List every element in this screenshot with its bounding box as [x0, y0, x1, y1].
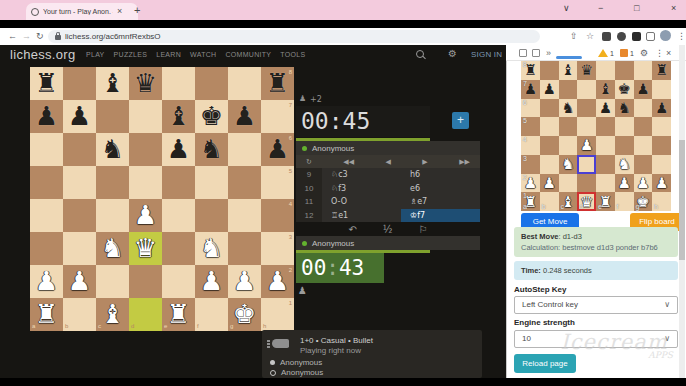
- player-bottom-row: Anonymous: [296, 236, 480, 250]
- black-rook[interactable]: ♜: [266, 67, 289, 100]
- add-time-button[interactable]: +: [452, 112, 469, 129]
- square-f1[interactable]: f: [615, 192, 634, 211]
- nav-item-watch[interactable]: WATCH: [190, 51, 216, 58]
- white-knight[interactable]: ♞: [618, 155, 631, 173]
- square-g6[interactable]: [228, 133, 261, 166]
- square-h5[interactable]: [652, 117, 671, 136]
- square-h4[interactable]: [652, 136, 671, 155]
- extension-icon-1[interactable]: [602, 32, 611, 41]
- back-icon[interactable]: ←: [8, 31, 17, 41]
- square-d2[interactable]: [577, 174, 596, 193]
- chevron-down-icon: ∨: [664, 297, 670, 313]
- coord-rank-8: 8: [523, 62, 527, 68]
- black-bishop[interactable]: ♝: [561, 61, 574, 79]
- browser-menu-icon[interactable]: ⋮: [677, 31, 686, 41]
- white-pawn[interactable]: ♟: [580, 136, 593, 154]
- square-a3[interactable]: 3: [521, 155, 540, 174]
- white-pawn[interactable]: ♟: [543, 174, 556, 192]
- white-dot-icon: [270, 360, 275, 365]
- square-d4[interactable]: ♟: [577, 136, 596, 155]
- url-field[interactable]: lichess.org/ac6mnfRexbsO: [48, 30, 540, 43]
- square-e5[interactable]: [596, 117, 615, 136]
- nav-item-community[interactable]: COMMUNITY: [225, 51, 271, 58]
- popup-menu-icon[interactable]: ⋮: [655, 48, 664, 58]
- square-a1[interactable]: ♜a: [30, 298, 63, 331]
- square-f5[interactable]: [615, 117, 634, 136]
- black-knight[interactable]: ♞: [618, 99, 631, 117]
- square-d6[interactable]: [129, 133, 162, 166]
- square-e3[interactable]: [596, 155, 615, 174]
- main-nav: PLAYPUZZLESLEARNWATCHCOMMUNITYTOOLS: [86, 51, 305, 58]
- lock-icon: [55, 35, 61, 40]
- move-row: 12♖e1♔f7: [296, 209, 480, 223]
- move-white[interactable]: ♘f3: [322, 182, 401, 196]
- square-b4[interactable]: [540, 136, 559, 155]
- white-queen[interactable]: ♛: [134, 232, 157, 265]
- square-a1[interactable]: ♜a1: [521, 192, 540, 211]
- square-h1[interactable]: h: [652, 192, 671, 211]
- square-b1[interactable]: b: [63, 298, 96, 331]
- square-e1[interactable]: ♜e: [162, 298, 195, 331]
- move-black[interactable]: h6: [401, 168, 480, 182]
- last-move-icon[interactable]: ▶▶: [459, 158, 470, 166]
- online-dot-icon: [302, 146, 307, 151]
- gear-icon[interactable]: ⚙: [448, 48, 457, 59]
- square-c5[interactable]: [559, 117, 578, 136]
- black-rook[interactable]: ♜: [35, 67, 58, 100]
- square-b6[interactable]: [63, 133, 96, 166]
- draw-offer-icon[interactable]: ½: [383, 224, 393, 235]
- coord-rank-4: 4: [523, 137, 527, 143]
- square-f3[interactable]: ♞: [615, 155, 634, 174]
- coord-file-b: b: [542, 204, 546, 210]
- game-player-black: Anonymous: [270, 368, 323, 377]
- square-f4[interactable]: [195, 199, 228, 232]
- coord-file-d: d: [131, 323, 134, 329]
- white-pawn[interactable]: ♟: [266, 265, 289, 298]
- square-d7[interactable]: [577, 80, 596, 99]
- takeback-icon[interactable]: ↶: [348, 224, 356, 235]
- square-d5[interactable]: [577, 117, 596, 136]
- square-h2[interactable]: ♟2: [261, 265, 294, 298]
- browser-tab[interactable]: Your turn - Play Anon. - lich ×: [26, 3, 138, 20]
- popup-box-icon-1[interactable]: [519, 49, 527, 57]
- coord-rank-7: 7: [289, 102, 292, 108]
- square-g7[interactable]: ♟: [228, 100, 261, 133]
- move-list: ↻◀◀◀▶▶▶ 9♘c3h610♘f3e611O-O♗e712♖e1♔f7: [296, 155, 480, 222]
- time-control-text: 1+0 • Casual • Bullet: [300, 336, 373, 345]
- window-maximize-icon[interactable]: □: [634, 3, 639, 13]
- square-f7[interactable]: ♚: [615, 80, 634, 99]
- first-move-icon[interactable]: ◀◀: [343, 158, 354, 166]
- move-black[interactable]: e6: [401, 182, 480, 196]
- best-move-label: Best Move: [521, 232, 559, 241]
- player-top-name: Anonymous: [312, 144, 354, 153]
- black-pawn[interactable]: ♟: [35, 100, 58, 133]
- white-pawn[interactable]: ♟: [35, 265, 58, 298]
- url-text: lichess.org/ac6mnfRexbsO: [65, 32, 161, 41]
- square-e2[interactable]: [596, 174, 615, 193]
- square-f7[interactable]: ♚: [195, 100, 228, 133]
- forward-icon[interactable]: →: [22, 31, 31, 41]
- material-count-top: +2: [310, 95, 322, 104]
- tab-title: Your turn - Play Anon. - lich: [43, 8, 113, 15]
- letterbox-bottom: [0, 378, 686, 386]
- square-b5[interactable]: [540, 117, 559, 136]
- white-pawn[interactable]: ♟: [134, 199, 157, 232]
- square-d1[interactable]: ♛d: [577, 192, 596, 211]
- black-bishop[interactable]: ♝: [599, 80, 612, 98]
- white-rook[interactable]: ♜: [35, 298, 58, 331]
- player-top-row: Anonymous: [296, 141, 480, 155]
- white-pawn[interactable]: ♟: [200, 265, 223, 298]
- square-g2[interactable]: ♟: [634, 174, 653, 193]
- square-d4[interactable]: ♟: [129, 199, 162, 232]
- cycle-icon[interactable]: ↻: [306, 158, 312, 166]
- lichess-page: lichess.org PLAYPUZZLESLEARNWATCHCOMMUNI…: [0, 45, 686, 378]
- square-c7[interactable]: [96, 100, 129, 133]
- square-b6[interactable]: [540, 99, 559, 118]
- square-e7[interactable]: ♝: [162, 100, 195, 133]
- square-d8[interactable]: ♛: [577, 61, 596, 80]
- time-panel: Time: 0.248 seconds: [514, 261, 678, 280]
- square-f5[interactable]: [195, 166, 228, 199]
- time-label: Time:: [521, 266, 541, 275]
- calculation-text: Calculation: bestmove d1d3 ponder b7b6: [521, 242, 671, 253]
- white-pawn[interactable]: ♟: [655, 174, 668, 192]
- sidebar-icon[interactable]: [646, 32, 655, 41]
- square-b1[interactable]: b: [540, 192, 559, 211]
- square-f1[interactable]: f: [195, 298, 228, 331]
- square-e2[interactable]: [162, 265, 195, 298]
- square-f8[interactable]: [195, 67, 228, 100]
- square-c3[interactable]: ♞: [96, 232, 129, 265]
- square-g3[interactable]: [228, 232, 261, 265]
- window-chevron-icon[interactable]: ∨: [563, 3, 570, 13]
- black-pawn[interactable]: ♟: [636, 80, 649, 98]
- lichess-logo[interactable]: lichess.org: [10, 47, 75, 62]
- screen: Your turn - Play Anon. - lich × + ∨ − □ …: [0, 0, 686, 386]
- search-icon[interactable]: [416, 50, 424, 58]
- square-c8[interactable]: ♝: [96, 67, 129, 100]
- black-pawn[interactable]: ♟: [266, 133, 289, 166]
- move-white[interactable]: O-O: [322, 195, 401, 209]
- browser-tab-strip: Your turn - Play Anon. - lich × + ∨ − □ …: [0, 0, 686, 20]
- online-dot-icon: [302, 241, 307, 246]
- square-c4[interactable]: [559, 136, 578, 155]
- square-f2[interactable]: ♟: [615, 174, 634, 193]
- coord-file-b: b: [65, 323, 68, 329]
- coord-rank-2: 2: [289, 267, 292, 273]
- square-a3[interactable]: [30, 232, 63, 265]
- square-a2[interactable]: ♟: [30, 265, 63, 298]
- square-b2[interactable]: ♟: [63, 265, 96, 298]
- engine-strength-select[interactable]: 10∨: [514, 330, 678, 348]
- square-a7[interactable]: ♟: [30, 100, 63, 133]
- clock-top: 00:45: [296, 106, 430, 137]
- square-e3[interactable]: [162, 232, 195, 265]
- square-f2[interactable]: ♟: [195, 265, 228, 298]
- popup-box-icon-2[interactable]: [532, 49, 540, 57]
- square-a8[interactable]: ♜8: [521, 61, 540, 80]
- square-a4[interactable]: [30, 199, 63, 232]
- extension-icon-3[interactable]: [632, 32, 641, 41]
- square-a6[interactable]: 6: [521, 99, 540, 118]
- move-black[interactable]: ♔f7: [401, 209, 480, 223]
- black-pawn[interactable]: ♟: [68, 100, 91, 133]
- square-e8[interactable]: [162, 67, 195, 100]
- square-e6[interactable]: ♟: [162, 133, 195, 166]
- white-knight[interactable]: ♞: [200, 232, 223, 265]
- black-knight[interactable]: ♞: [101, 133, 124, 166]
- square-b3[interactable]: [63, 232, 96, 265]
- black-bishop[interactable]: ♝: [101, 67, 124, 100]
- move-row: 11O-O♗e7: [296, 195, 480, 209]
- new-tab-button[interactable]: +: [134, 4, 140, 16]
- square-h8[interactable]: ♜8: [261, 67, 294, 100]
- game-status-text: Playing right now: [300, 346, 361, 355]
- expand-chevrons-icon[interactable]: »: [546, 48, 551, 58]
- nav-item-puzzles[interactable]: PUZZLES: [114, 51, 148, 58]
- square-d8[interactable]: ♛: [129, 67, 162, 100]
- square-g7[interactable]: ♟: [634, 80, 653, 99]
- square-c3[interactable]: ♞: [559, 155, 578, 174]
- square-e8[interactable]: [596, 61, 615, 80]
- square-g5[interactable]: [634, 117, 653, 136]
- square-h5[interactable]: 5: [261, 166, 294, 199]
- square-h3[interactable]: 3: [261, 232, 294, 265]
- square-g5[interactable]: [228, 166, 261, 199]
- coord-file-e: e: [164, 323, 167, 329]
- square-f6[interactable]: ♞: [615, 99, 634, 118]
- black-pawn[interactable]: ♟: [655, 99, 668, 117]
- coord-rank-7: 7: [523, 81, 527, 87]
- white-rook[interactable]: ♜: [167, 298, 190, 331]
- reload-page-button[interactable]: Reload page: [514, 354, 576, 373]
- square-h3[interactable]: [652, 155, 671, 174]
- square-g8[interactable]: [634, 61, 653, 80]
- main-chess-board: ♜♝♛♜8♟♟♝♚♟7♞♟♞♟65♟4♞♛♞3♟♟♟♟♟2♜ab♝cd♜ef♚g…: [30, 67, 294, 331]
- square-g1[interactable]: ♚g: [634, 192, 653, 211]
- square-e6[interactable]: ♟: [596, 99, 615, 118]
- square-c2[interactable]: [96, 265, 129, 298]
- best-move-panel: Best Move: d1-d3 Calculation: bestmove d…: [514, 227, 678, 257]
- black-king[interactable]: ♚: [618, 80, 631, 98]
- move-black[interactable]: ♗e7: [401, 195, 480, 209]
- square-a4[interactable]: 4: [521, 136, 540, 155]
- coord-rank-5: 5: [289, 168, 292, 174]
- white-knight[interactable]: ♞: [561, 155, 574, 173]
- nav-item-play[interactable]: PLAY: [86, 51, 105, 58]
- engine-strength-label: Engine strength: [514, 318, 575, 327]
- square-c1[interactable]: ♝c: [559, 192, 578, 211]
- square-c6[interactable]: ♞: [559, 99, 578, 118]
- share-icon[interactable]: ⇧: [570, 31, 578, 41]
- reload-icon[interactable]: ↻: [36, 31, 44, 41]
- orange-badge-count: 1: [630, 50, 634, 57]
- square-a5[interactable]: [30, 166, 63, 199]
- popup-tab-indicator: [556, 56, 582, 59]
- coord-rank-6: 6: [523, 100, 527, 106]
- time-value: 0.248 seconds: [543, 266, 592, 275]
- move-white[interactable]: ♖e1: [322, 209, 401, 223]
- square-b3[interactable]: [540, 155, 559, 174]
- square-c8[interactable]: ♝: [559, 61, 578, 80]
- square-a6[interactable]: [30, 133, 63, 166]
- black-rook[interactable]: ♜: [655, 61, 668, 79]
- tab-favicon-icon: [31, 8, 39, 16]
- sign-in-button[interactable]: SIGN IN: [471, 50, 502, 59]
- profile-avatar[interactable]: [660, 30, 671, 41]
- coord-file-c: c: [98, 323, 101, 329]
- coord-file-a: a: [32, 323, 35, 329]
- square-b8[interactable]: [63, 67, 96, 100]
- coord-file-e: e: [598, 204, 602, 210]
- square-h2[interactable]: ♟: [652, 174, 671, 193]
- square-h8[interactable]: ♜: [652, 61, 671, 80]
- square-c6[interactable]: ♞: [96, 133, 129, 166]
- black-queen[interactable]: ♛: [580, 61, 593, 79]
- square-g4[interactable]: [634, 136, 653, 155]
- black-bishop[interactable]: ♝: [167, 100, 190, 133]
- square-f6[interactable]: ♞: [195, 133, 228, 166]
- square-h6[interactable]: ♟: [652, 99, 671, 118]
- nav-item-tools[interactable]: TOOLS: [280, 51, 305, 58]
- square-e4[interactable]: [162, 199, 195, 232]
- coord-rank-3: 3: [289, 234, 292, 240]
- square-g6[interactable]: [634, 99, 653, 118]
- popup-scrollbar-thumb[interactable]: [679, 140, 685, 260]
- square-h7[interactable]: [652, 80, 671, 99]
- tab-close-icon[interactable]: ×: [117, 7, 122, 16]
- white-pawn[interactable]: ♟: [618, 174, 631, 192]
- square-g4[interactable]: [228, 199, 261, 232]
- square-b5[interactable]: [63, 166, 96, 199]
- square-d3[interactable]: [577, 155, 596, 174]
- coord-rank-8: 8: [289, 69, 292, 75]
- black-pawn[interactable]: ♟: [233, 100, 256, 133]
- square-d6[interactable]: [577, 99, 596, 118]
- square-c7[interactable]: [559, 80, 578, 99]
- square-a8[interactable]: ♜: [30, 67, 63, 100]
- white-bishop[interactable]: ♝: [101, 298, 124, 331]
- coord-file-g: g: [230, 323, 233, 329]
- window-minimize-icon[interactable]: −: [598, 3, 603, 13]
- square-b7[interactable]: ♟: [540, 80, 559, 99]
- square-c1[interactable]: ♝c: [96, 298, 129, 331]
- black-pawn[interactable]: ♟: [167, 133, 190, 166]
- square-b8[interactable]: [540, 61, 559, 80]
- coord-file-h: h: [654, 204, 658, 210]
- square-b2[interactable]: ♟: [540, 174, 559, 193]
- coord-rank-2: 2: [523, 175, 527, 181]
- move-number: 9: [296, 168, 322, 182]
- square-e5[interactable]: [162, 166, 195, 199]
- square-g8[interactable]: [228, 67, 261, 100]
- square-d2[interactable]: [129, 265, 162, 298]
- square-e1[interactable]: ♜e: [596, 192, 615, 211]
- coord-rank-3: 3: [523, 156, 527, 162]
- warning-count: 1: [610, 50, 614, 57]
- square-h4[interactable]: 4: [261, 199, 294, 232]
- orange-badge-icon[interactable]: [620, 49, 628, 57]
- clock-bottom: 00:43: [296, 253, 384, 283]
- move-number: 11: [296, 195, 322, 209]
- white-pawn[interactable]: ♟: [636, 174, 649, 192]
- white-pawn[interactable]: ♟: [68, 265, 91, 298]
- warning-triangle-icon[interactable]: [598, 49, 608, 57]
- square-h1[interactable]: h1: [261, 298, 294, 331]
- square-g1[interactable]: ♚g: [228, 298, 261, 331]
- prev-move-icon[interactable]: ◀: [386, 158, 391, 166]
- square-h6[interactable]: ♟6: [261, 133, 294, 166]
- square-d5[interactable]: [129, 166, 162, 199]
- square-g2[interactable]: ♟: [228, 265, 261, 298]
- square-e7[interactable]: ♝: [596, 80, 615, 99]
- black-knight[interactable]: ♞: [200, 133, 223, 166]
- browser-address-bar: ← → ↻ lichess.org/ac6mnfRexbsO ⇧ ☆ ⋮: [0, 28, 686, 45]
- autostep-select[interactable]: Left Control key∨: [514, 296, 678, 314]
- square-d7[interactable]: [129, 100, 162, 133]
- white-pawn[interactable]: ♟: [233, 265, 256, 298]
- square-a2[interactable]: ♟2: [521, 174, 540, 193]
- black-dot-icon: [270, 370, 276, 376]
- extension-icon-2[interactable]: [617, 32, 626, 41]
- best-move-value: : d1-d3: [559, 232, 582, 241]
- coord-rank-1: 1: [289, 300, 292, 306]
- square-g3[interactable]: [634, 155, 653, 174]
- next-move-icon[interactable]: ▶: [422, 158, 427, 166]
- coord-file-a: a: [523, 204, 527, 210]
- square-d3[interactable]: ♛: [129, 232, 162, 265]
- square-e4[interactable]: [596, 136, 615, 155]
- popup-close-icon[interactable]: ×: [666, 48, 671, 58]
- square-c2[interactable]: [559, 174, 578, 193]
- material-pawn-icon-top: ♟: [299, 94, 306, 103]
- square-f8[interactable]: [615, 61, 634, 80]
- black-king[interactable]: ♚: [200, 100, 223, 133]
- coord-file-d: d: [579, 204, 583, 210]
- black-queen[interactable]: ♛: [134, 67, 157, 100]
- square-b7[interactable]: ♟: [63, 100, 96, 133]
- bookmark-star-icon[interactable]: ☆: [586, 31, 594, 41]
- move-row: 10♘f3e6: [296, 182, 480, 196]
- popup-gear-icon[interactable]: ⚙: [640, 48, 648, 58]
- black-pawn[interactable]: ♟: [599, 99, 612, 117]
- square-d1[interactable]: d: [129, 298, 162, 331]
- white-knight[interactable]: ♞: [101, 232, 124, 265]
- extension-chess-board: ♜8♝♛♜♟7♟♝♚♟6♞♟♞♟54♟3♞♞♟2♟♟♟♟♜a1b♝c♛d♜ef♚…: [521, 61, 671, 211]
- window-close-icon[interactable]: ×: [671, 3, 676, 13]
- black-knight[interactable]: ♞: [561, 99, 574, 117]
- square-b4[interactable]: [63, 199, 96, 232]
- square-h7[interactable]: 7: [261, 100, 294, 133]
- black-pawn[interactable]: ♟: [543, 80, 556, 98]
- autostep-label: AutoStep Key: [514, 285, 566, 294]
- square-c4[interactable]: [96, 199, 129, 232]
- white-king[interactable]: ♚: [233, 298, 256, 331]
- coord-rank-5: 5: [523, 118, 527, 124]
- square-f4[interactable]: [615, 136, 634, 155]
- coord-file-h: h: [263, 323, 266, 329]
- square-a7[interactable]: ♟7: [521, 80, 540, 99]
- square-a5[interactable]: 5: [521, 117, 540, 136]
- resign-flag-icon[interactable]: ⚐: [419, 224, 428, 235]
- move-white[interactable]: ♘c3: [322, 168, 401, 182]
- square-c5[interactable]: [96, 166, 129, 199]
- square-f3[interactable]: ♞: [195, 232, 228, 265]
- nav-item-learn[interactable]: LEARN: [156, 51, 181, 58]
